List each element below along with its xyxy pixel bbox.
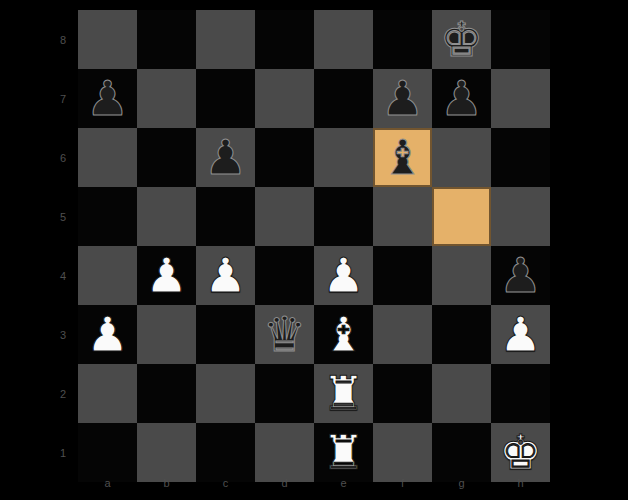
white-pawn[interactable]: ♟: [145, 246, 188, 305]
square-g2[interactable]: [432, 364, 491, 423]
square-a5[interactable]: [78, 187, 137, 246]
file-label-h: h: [491, 471, 550, 489]
black-pawn[interactable]: ♟: [204, 128, 247, 187]
square-a8[interactable]: [78, 10, 137, 69]
square-b8[interactable]: [137, 10, 196, 69]
square-f2[interactable]: [373, 364, 432, 423]
white-pawn[interactable]: ♟: [322, 246, 365, 305]
square-e6[interactable]: [314, 128, 373, 187]
rank-label-8: 8: [0, 10, 72, 69]
square-h7[interactable]: [491, 69, 550, 128]
rank-label-1: 1: [0, 423, 72, 482]
file-label-a: a: [78, 471, 137, 489]
square-h5[interactable]: [491, 187, 550, 246]
black-pawn[interactable]: ♟: [440, 69, 483, 128]
square-c3[interactable]: [196, 305, 255, 364]
square-d8[interactable]: [255, 10, 314, 69]
square-a2[interactable]: [78, 364, 137, 423]
white-pawn[interactable]: ♟: [86, 305, 129, 364]
square-e8[interactable]: [314, 10, 373, 69]
square-c2[interactable]: [196, 364, 255, 423]
square-f8[interactable]: [373, 10, 432, 69]
square-g8[interactable]: ♚: [432, 10, 491, 69]
square-e2[interactable]: ♜: [314, 364, 373, 423]
black-pawn[interactable]: ♟: [499, 246, 542, 305]
square-e7[interactable]: [314, 69, 373, 128]
rank-label-5: 5: [0, 187, 72, 246]
square-b4[interactable]: ♟: [137, 246, 196, 305]
rank-labels: 87654321: [0, 10, 72, 482]
square-f7[interactable]: ♟: [373, 69, 432, 128]
white-bishop[interactable]: ♝: [322, 305, 365, 364]
black-queen[interactable]: ♛: [263, 305, 306, 364]
file-label-g: g: [432, 471, 491, 489]
square-d2[interactable]: [255, 364, 314, 423]
chess-app-background: 87654321 ♚♟♟♟♟♝♟♟♟♟♟♛♝♟♜♜♚ abcdefgh: [0, 0, 628, 500]
white-pawn[interactable]: ♟: [499, 305, 542, 364]
square-g6[interactable]: [432, 128, 491, 187]
file-label-d: d: [255, 471, 314, 489]
square-b7[interactable]: [137, 69, 196, 128]
chess-board[interactable]: ♚♟♟♟♟♝♟♟♟♟♟♛♝♟♜♜♚: [78, 10, 550, 482]
square-e3[interactable]: ♝: [314, 305, 373, 364]
white-rook[interactable]: ♜: [322, 364, 365, 423]
square-g7[interactable]: ♟: [432, 69, 491, 128]
rank-label-6: 6: [0, 128, 72, 187]
black-pawn[interactable]: ♟: [86, 69, 129, 128]
square-a3[interactable]: ♟: [78, 305, 137, 364]
square-a7[interactable]: ♟: [78, 69, 137, 128]
square-h3[interactable]: ♟: [491, 305, 550, 364]
square-d6[interactable]: [255, 128, 314, 187]
square-d5[interactable]: [255, 187, 314, 246]
square-c6[interactable]: ♟: [196, 128, 255, 187]
rank-label-7: 7: [0, 69, 72, 128]
rank-label-4: 4: [0, 246, 72, 305]
square-g4[interactable]: [432, 246, 491, 305]
square-f6[interactable]: ♝: [373, 128, 432, 187]
rank-label-3: 3: [0, 305, 72, 364]
white-pawn[interactable]: ♟: [204, 246, 247, 305]
file-label-b: b: [137, 471, 196, 489]
square-h6[interactable]: [491, 128, 550, 187]
square-e5[interactable]: [314, 187, 373, 246]
black-king[interactable]: ♚: [440, 10, 483, 69]
square-d4[interactable]: [255, 246, 314, 305]
square-h2[interactable]: [491, 364, 550, 423]
square-f5[interactable]: [373, 187, 432, 246]
square-d3[interactable]: ♛: [255, 305, 314, 364]
file-label-f: f: [373, 471, 432, 489]
square-c4[interactable]: ♟: [196, 246, 255, 305]
black-bishop[interactable]: ♝: [381, 128, 424, 187]
square-e4[interactable]: ♟: [314, 246, 373, 305]
square-d7[interactable]: [255, 69, 314, 128]
square-c8[interactable]: [196, 10, 255, 69]
square-h4[interactable]: ♟: [491, 246, 550, 305]
square-c5[interactable]: [196, 187, 255, 246]
square-b3[interactable]: [137, 305, 196, 364]
file-labels: abcdefgh: [78, 471, 550, 489]
square-a4[interactable]: [78, 246, 137, 305]
black-pawn[interactable]: ♟: [381, 69, 424, 128]
square-b2[interactable]: [137, 364, 196, 423]
square-b6[interactable]: [137, 128, 196, 187]
square-h8[interactable]: [491, 10, 550, 69]
square-b5[interactable]: [137, 187, 196, 246]
square-g5[interactable]: [432, 187, 491, 246]
square-a6[interactable]: [78, 128, 137, 187]
rank-label-2: 2: [0, 364, 72, 423]
square-g3[interactable]: [432, 305, 491, 364]
file-label-c: c: [196, 471, 255, 489]
square-c7[interactable]: [196, 69, 255, 128]
square-f3[interactable]: [373, 305, 432, 364]
file-label-e: e: [314, 471, 373, 489]
square-f4[interactable]: [373, 246, 432, 305]
